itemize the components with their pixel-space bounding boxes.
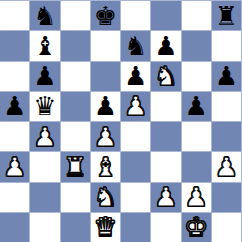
square-d1[interactable]: ♛ — [91, 213, 120, 242]
square-h6[interactable]: ♟ — [212, 62, 241, 91]
white-pawn-piece[interactable]: ♟ — [184, 184, 207, 210]
black-pawn-piece[interactable]: ♟ — [3, 93, 26, 119]
square-f7[interactable]: ♟ — [151, 31, 180, 60]
square-c7[interactable] — [61, 31, 90, 60]
black-pawn-piece[interactable]: ♟ — [124, 63, 147, 89]
square-a1[interactable] — [0, 213, 29, 242]
black-knight-piece[interactable]: ♞ — [124, 33, 147, 59]
black-knight-piece[interactable]: ♞ — [33, 3, 56, 29]
square-e5[interactable]: ♟ — [121, 92, 150, 121]
square-d2[interactable]: ♞ — [91, 183, 120, 212]
square-e1[interactable] — [121, 213, 150, 242]
square-g2[interactable]: ♟ — [182, 183, 211, 212]
black-pawn-piece[interactable]: ♟ — [94, 93, 117, 119]
square-e3[interactable] — [121, 152, 150, 181]
square-h2[interactable] — [212, 183, 241, 212]
square-g7[interactable] — [182, 31, 211, 60]
square-d3[interactable]: ♝ — [91, 152, 120, 181]
square-g1[interactable]: ♚ — [182, 213, 211, 242]
white-pawn-piece[interactable]: ♟ — [215, 154, 238, 180]
square-h3[interactable]: ♟ — [212, 152, 241, 181]
square-e7[interactable]: ♞ — [121, 31, 150, 60]
white-pawn-piece[interactable]: ♟ — [3, 154, 26, 180]
square-a6[interactable] — [0, 62, 29, 91]
square-g8[interactable] — [182, 1, 211, 30]
square-h7[interactable] — [212, 31, 241, 60]
white-pawn-piece[interactable]: ♟ — [33, 124, 56, 150]
white-knight-piece[interactable]: ♞ — [154, 63, 177, 89]
square-e6[interactable]: ♟ — [121, 62, 150, 91]
black-bishop-piece[interactable]: ♝ — [33, 33, 56, 59]
square-d8[interactable]: ♚ — [91, 1, 120, 30]
square-b6[interactable]: ♟ — [30, 62, 59, 91]
square-c5[interactable] — [61, 92, 90, 121]
square-b5[interactable]: ♛ — [30, 92, 59, 121]
square-a7[interactable] — [0, 31, 29, 60]
square-h1[interactable] — [212, 213, 241, 242]
square-f2[interactable]: ♟ — [151, 183, 180, 212]
white-knight-piece[interactable]: ♞ — [94, 184, 117, 210]
square-g3[interactable] — [182, 152, 211, 181]
white-queen-piece[interactable]: ♛ — [94, 214, 117, 240]
square-e8[interactable] — [121, 1, 150, 30]
square-g4[interactable] — [182, 122, 211, 151]
square-f6[interactable]: ♞ — [151, 62, 180, 91]
square-a3[interactable]: ♟ — [0, 152, 29, 181]
square-a8[interactable] — [0, 1, 29, 30]
square-c6[interactable] — [61, 62, 90, 91]
black-pawn-piece[interactable]: ♟ — [184, 93, 207, 119]
square-b2[interactable] — [30, 183, 59, 212]
square-e4[interactable] — [121, 122, 150, 151]
white-pawn-piece[interactable]: ♟ — [154, 184, 177, 210]
white-pawn-piece[interactable]: ♟ — [94, 124, 117, 150]
square-f3[interactable] — [151, 152, 180, 181]
square-b3[interactable] — [30, 152, 59, 181]
square-c4[interactable] — [61, 122, 90, 151]
square-d5[interactable]: ♟ — [91, 92, 120, 121]
square-g6[interactable] — [182, 62, 211, 91]
square-f1[interactable] — [151, 213, 180, 242]
square-c1[interactable] — [61, 213, 90, 242]
square-d6[interactable] — [91, 62, 120, 91]
black-pawn-piece[interactable]: ♟ — [215, 63, 238, 89]
square-h5[interactable] — [212, 92, 241, 121]
black-rook-piece[interactable]: ♜ — [215, 3, 238, 29]
square-f8[interactable] — [151, 1, 180, 30]
square-f5[interactable] — [151, 92, 180, 121]
black-queen-piece[interactable]: ♛ — [33, 93, 56, 119]
black-pawn-piece[interactable]: ♟ — [33, 63, 56, 89]
square-b1[interactable] — [30, 213, 59, 242]
chess-board: ♞♚♜♝♞♟♟♟♞♟♟♛♟♟♟♟♟♟♜♝♟♞♟♟♛♚ — [0, 0, 242, 242]
square-h4[interactable] — [212, 122, 241, 151]
white-bishop-piece[interactable]: ♝ — [94, 154, 117, 180]
square-e2[interactable] — [121, 183, 150, 212]
square-b8[interactable]: ♞ — [30, 1, 59, 30]
square-c2[interactable] — [61, 183, 90, 212]
square-b4[interactable]: ♟ — [30, 122, 59, 151]
white-king-piece[interactable]: ♚ — [184, 214, 207, 240]
square-d4[interactable]: ♟ — [91, 122, 120, 151]
square-c8[interactable] — [61, 1, 90, 30]
white-pawn-piece[interactable]: ♟ — [124, 93, 147, 119]
square-a2[interactable] — [0, 183, 29, 212]
black-pawn-piece[interactable]: ♟ — [154, 33, 177, 59]
black-king-piece[interactable]: ♚ — [94, 3, 117, 29]
square-a5[interactable]: ♟ — [0, 92, 29, 121]
square-f4[interactable] — [151, 122, 180, 151]
square-d7[interactable] — [91, 31, 120, 60]
white-rook-piece[interactable]: ♜ — [63, 154, 86, 180]
square-g5[interactable]: ♟ — [182, 92, 211, 121]
square-c3[interactable]: ♜ — [61, 152, 90, 181]
square-a4[interactable] — [0, 122, 29, 151]
square-h8[interactable]: ♜ — [212, 1, 241, 30]
square-b7[interactable]: ♝ — [30, 31, 59, 60]
